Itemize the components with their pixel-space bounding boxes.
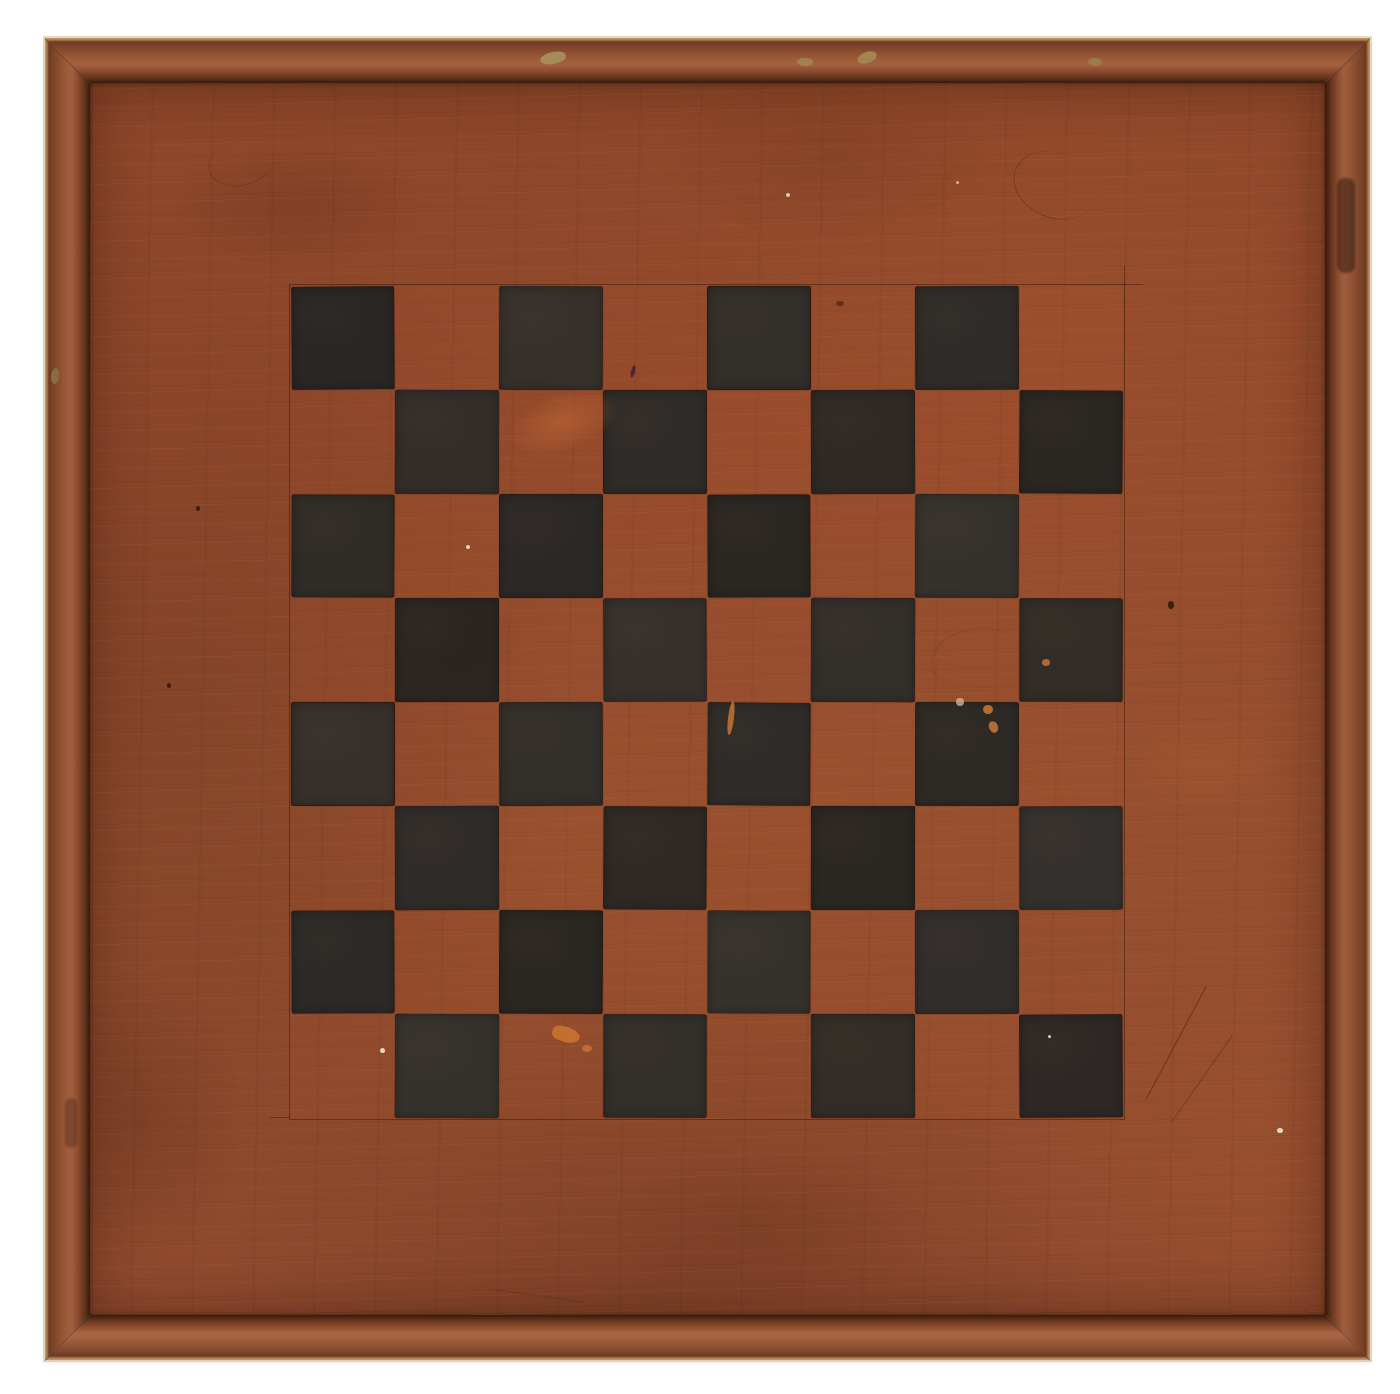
red-square bbox=[707, 598, 811, 702]
scribe-line-overshoot bbox=[1124, 266, 1125, 285]
dark-square bbox=[708, 911, 811, 1014]
dark-square bbox=[395, 806, 499, 910]
frame-top-rail bbox=[45, 38, 1370, 83]
dark-square bbox=[603, 1014, 706, 1117]
curved-scratch bbox=[204, 135, 277, 193]
dark-square bbox=[1019, 390, 1123, 494]
dark-square bbox=[499, 910, 603, 1014]
paint-chip-speck bbox=[956, 181, 959, 184]
red-square bbox=[1019, 702, 1123, 806]
dark-square bbox=[499, 286, 603, 390]
dark-square bbox=[915, 702, 1019, 806]
dark-pinhole bbox=[1168, 601, 1174, 609]
curved-scratch bbox=[1002, 139, 1106, 233]
scratch bbox=[1172, 1035, 1233, 1122]
red-square bbox=[291, 1014, 395, 1118]
dark-square bbox=[1019, 598, 1122, 701]
red-square bbox=[915, 390, 1019, 494]
red-square bbox=[811, 910, 915, 1014]
scribe-line-overshoot bbox=[270, 1117, 290, 1118]
red-square bbox=[395, 702, 499, 806]
paint-chip-speck bbox=[786, 193, 790, 197]
orange-scuff bbox=[983, 705, 993, 714]
red-square bbox=[915, 1014, 1019, 1118]
scratch bbox=[494, 1289, 583, 1303]
red-square bbox=[499, 806, 603, 910]
dark-square bbox=[915, 910, 1019, 1014]
red-square bbox=[499, 1014, 603, 1118]
checkerboard bbox=[291, 286, 1123, 1118]
dark-square bbox=[915, 494, 1019, 598]
red-square bbox=[707, 806, 811, 910]
frame-wear-mark bbox=[1337, 178, 1355, 273]
orange-paint-loss bbox=[582, 1045, 592, 1052]
paint-chip-speck bbox=[1277, 1128, 1283, 1133]
red-square bbox=[1019, 286, 1123, 390]
red-square bbox=[603, 910, 707, 1014]
red-square bbox=[915, 806, 1019, 910]
dark-square bbox=[811, 598, 916, 703]
dark-square bbox=[811, 1014, 915, 1118]
red-square bbox=[707, 390, 811, 494]
dark-square bbox=[395, 598, 499, 702]
frame-bottom-rail bbox=[45, 1315, 1370, 1360]
red-square bbox=[811, 494, 915, 598]
red-square bbox=[1019, 494, 1123, 598]
wooden-frame bbox=[45, 38, 1370, 1360]
dark-pinhole bbox=[167, 683, 171, 688]
dark-square bbox=[707, 494, 810, 597]
dark-square bbox=[291, 494, 394, 597]
dark-square bbox=[708, 287, 811, 390]
red-square bbox=[395, 910, 499, 1014]
dark-square bbox=[395, 1014, 500, 1119]
dark-square bbox=[292, 703, 395, 806]
dark-pinhole bbox=[196, 506, 200, 511]
paint-chip-speck bbox=[466, 545, 470, 549]
red-square bbox=[811, 286, 915, 390]
frame-wear-mark bbox=[65, 1098, 77, 1148]
scribe-line-overshoot bbox=[1123, 284, 1143, 285]
red-square bbox=[811, 702, 915, 806]
dark-square bbox=[707, 702, 810, 805]
red-square bbox=[291, 806, 395, 910]
red-square bbox=[291, 598, 395, 702]
dark-square bbox=[811, 390, 915, 494]
dark-square bbox=[499, 702, 603, 806]
orange-scuff bbox=[1042, 659, 1050, 666]
tan-scuff bbox=[956, 698, 964, 706]
red-square bbox=[291, 390, 395, 494]
dark-square bbox=[603, 598, 707, 702]
red-square bbox=[603, 494, 707, 598]
paint-chip-speck bbox=[1048, 1035, 1051, 1038]
red-square bbox=[603, 286, 707, 390]
red-square bbox=[395, 494, 499, 598]
red-square bbox=[1019, 910, 1123, 1014]
red-square bbox=[499, 598, 603, 702]
photo-background bbox=[0, 0, 1400, 1394]
dark-square bbox=[499, 494, 603, 598]
dark-square bbox=[291, 286, 394, 389]
dark-square bbox=[1019, 1014, 1123, 1118]
dark-square bbox=[915, 286, 1019, 390]
red-square bbox=[707, 1014, 811, 1118]
dark-smudge bbox=[836, 301, 844, 306]
dark-square bbox=[603, 806, 707, 910]
dark-square bbox=[1019, 806, 1122, 909]
painted-board-panel bbox=[90, 83, 1325, 1315]
red-square bbox=[395, 286, 499, 390]
frame-left-rail bbox=[45, 38, 90, 1360]
dark-square bbox=[811, 806, 915, 910]
paint-chip-speck bbox=[380, 1048, 385, 1053]
red-square bbox=[603, 702, 707, 806]
dark-square bbox=[395, 390, 499, 494]
dark-square bbox=[291, 910, 394, 1013]
